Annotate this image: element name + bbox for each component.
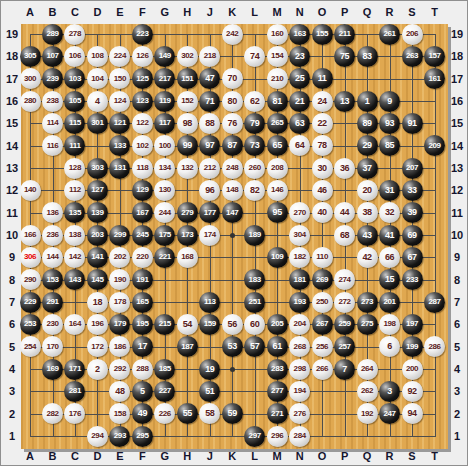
- stone-black-move-9[interactable]: 9: [379, 91, 400, 112]
- stone-white-move-40[interactable]: 40: [312, 202, 333, 223]
- stone-black-move-155[interactable]: 155: [312, 24, 333, 45]
- stone-white-move-276[interactable]: 276: [289, 403, 310, 424]
- stone-black-move-133[interactable]: 133: [109, 135, 130, 156]
- stone-black-move-39[interactable]: 39: [402, 202, 423, 223]
- stone-white-move-48[interactable]: 48: [109, 381, 130, 402]
- stone-white-move-126[interactable]: 126: [132, 46, 153, 67]
- stone-black-move-57[interactable]: 57: [244, 336, 265, 357]
- stone-white-move-104[interactable]: 104: [87, 68, 108, 89]
- row-label-left: 10: [6, 229, 18, 241]
- stone-white-move-24[interactable]: 24: [312, 91, 333, 112]
- stone-black-move-141[interactable]: 141: [87, 247, 108, 268]
- stone-black-move-293[interactable]: 293: [109, 426, 130, 447]
- stone-black-move-91[interactable]: 91: [402, 113, 423, 134]
- row-label-left: 9: [9, 251, 15, 263]
- stone-white-move-164[interactable]: 164: [64, 314, 85, 335]
- stone-white-move-56[interactable]: 56: [222, 314, 243, 335]
- column-label-top: K: [228, 6, 236, 18]
- stone-black-move-203[interactable]: 203: [87, 225, 108, 246]
- stone-white-move-178[interactable]: 178: [109, 292, 130, 313]
- stone-white-move-306[interactable]: 306: [20, 247, 41, 268]
- stone-black-move-61[interactable]: 61: [267, 336, 288, 357]
- stone-white-move-284[interactable]: 284: [289, 426, 310, 447]
- stone-white-move-280[interactable]: 280: [20, 91, 41, 112]
- column-label-top: O: [318, 6, 327, 18]
- row-label-right: 17: [451, 73, 463, 85]
- stone-black-move-301[interactable]: 301: [87, 113, 108, 134]
- stone-black-move-63[interactable]: 63: [289, 113, 310, 134]
- stone-black-move-123[interactable]: 123: [132, 91, 153, 112]
- stone-black-move-201[interactable]: 201: [379, 292, 400, 313]
- stone-black-move-135[interactable]: 135: [64, 202, 85, 223]
- stone-white-move-66[interactable]: 66: [379, 247, 400, 268]
- go-game-viewer-window: 2892782232421601631552112612063051071061…: [0, 0, 468, 466]
- stone-black-move-297[interactable]: 297: [244, 426, 265, 447]
- stone-black-move-95[interactable]: 95: [267, 202, 288, 223]
- stone-white-move-302[interactable]: 302: [177, 46, 198, 67]
- column-label-bottom: K: [228, 450, 236, 462]
- stone-white-move-128[interactable]: 128: [64, 158, 85, 179]
- stone-white-move-190[interactable]: 190: [109, 269, 130, 290]
- stone-white-move-176[interactable]: 176: [64, 403, 85, 424]
- stone-white-move-296[interactable]: 296: [267, 426, 288, 447]
- stone-white-move-114[interactable]: 114: [42, 113, 63, 134]
- row-label-left: 19: [6, 28, 18, 40]
- stone-white-move-98[interactable]: 98: [177, 113, 198, 134]
- stone-black-move-43[interactable]: 43: [357, 225, 378, 246]
- column-label-top: D: [93, 6, 101, 18]
- stone-black-move-121[interactable]: 121: [109, 113, 130, 134]
- stone-black-move-41[interactable]: 41: [379, 225, 400, 246]
- stone-black-move-51[interactable]: 51: [199, 381, 220, 402]
- stone-white-move-64[interactable]: 64: [289, 135, 310, 156]
- stone-white-move-6[interactable]: 6: [379, 336, 400, 357]
- stone-black-move-145[interactable]: 145: [87, 269, 108, 290]
- stone-black-move-303[interactable]: 303: [87, 158, 108, 179]
- stone-white-move-2[interactable]: 2: [87, 359, 108, 380]
- stone-black-move-71[interactable]: 71: [199, 91, 220, 112]
- go-board[interactable]: 2892782232421601631552112612063051071061…: [21, 24, 448, 449]
- stone-black-move-5[interactable]: 5: [132, 381, 153, 402]
- stone-black-move-83[interactable]: 83: [357, 46, 378, 67]
- stone-white-move-300[interactable]: 300: [20, 68, 41, 89]
- stone-white-move-230[interactable]: 230: [42, 314, 63, 335]
- stone-white-move-288[interactable]: 288: [132, 359, 153, 380]
- stone-white-move-68[interactable]: 68: [334, 225, 355, 246]
- stone-black-move-171[interactable]: 171: [64, 359, 85, 380]
- stone-white-move-138[interactable]: 138: [64, 225, 85, 246]
- stone-black-move-181[interactable]: 181: [289, 269, 310, 290]
- stone-black-move-129[interactable]: 129: [132, 180, 153, 201]
- stone-black-move-291[interactable]: 291: [42, 292, 63, 313]
- column-label-bottom: D: [93, 450, 101, 462]
- stone-white-move-224[interactable]: 224: [109, 46, 130, 67]
- stone-black-move-93[interactable]: 93: [379, 113, 400, 134]
- stone-black-move-143[interactable]: 143: [64, 269, 85, 290]
- stone-black-move-185[interactable]: 185: [154, 359, 175, 380]
- stone-black-move-283[interactable]: 283: [267, 359, 288, 380]
- stone-white-move-150[interactable]: 150: [109, 68, 130, 89]
- stone-black-move-153[interactable]: 153: [42, 269, 63, 290]
- column-label-top: F: [139, 6, 146, 18]
- stone-black-move-11[interactable]: 11: [312, 68, 333, 89]
- stone-black-move-29[interactable]: 29: [357, 135, 378, 156]
- row-label-left: 6: [9, 318, 15, 330]
- stone-white-move-142[interactable]: 142: [64, 247, 85, 268]
- column-label-bottom: H: [183, 450, 191, 462]
- stone-white-move-166[interactable]: 166: [20, 225, 41, 246]
- stone-black-move-195[interactable]: 195: [132, 314, 153, 335]
- stone-white-move-212[interactable]: 212: [199, 158, 220, 179]
- stone-black-move-257[interactable]: 257: [334, 336, 355, 357]
- row-label-left: 17: [6, 73, 18, 85]
- stone-white-move-158[interactable]: 158: [109, 403, 130, 424]
- stone-white-move-152[interactable]: 152: [177, 91, 198, 112]
- stone-white-move-58[interactable]: 58: [199, 403, 220, 424]
- stone-black-move-79[interactable]: 79: [244, 113, 265, 134]
- stone-white-move-202[interactable]: 202: [109, 247, 130, 268]
- stone-black-move-21[interactable]: 21: [289, 91, 310, 112]
- stone-white-move-32[interactable]: 32: [379, 202, 400, 223]
- stone-black-move-247[interactable]: 247: [379, 403, 400, 424]
- stone-white-move-108[interactable]: 108: [87, 46, 108, 67]
- stone-white-move-110[interactable]: 110: [312, 247, 333, 268]
- row-label-left: 3: [9, 385, 15, 397]
- stone-white-move-266[interactable]: 266: [312, 359, 333, 380]
- stone-white-move-242[interactable]: 242: [222, 24, 243, 45]
- stone-black-move-73[interactable]: 73: [244, 135, 265, 156]
- stone-white-move-248[interactable]: 248: [222, 158, 243, 179]
- row-label-right: 13: [451, 162, 463, 174]
- stone-white-move-42[interactable]: 42: [357, 247, 378, 268]
- stone-black-move-277[interactable]: 277: [267, 381, 288, 402]
- stone-white-move-106[interactable]: 106: [64, 46, 85, 67]
- stone-black-move-175[interactable]: 175: [154, 225, 175, 246]
- stone-black-move-191[interactable]: 191: [132, 269, 153, 290]
- stone-white-move-124[interactable]: 124: [109, 91, 130, 112]
- stone-black-move-67[interactable]: 67: [402, 247, 423, 268]
- stone-black-move-253[interactable]: 253: [20, 314, 41, 335]
- column-label-bottom: C: [71, 450, 79, 462]
- stone-white-move-30[interactable]: 30: [312, 158, 333, 179]
- stone-white-move-112[interactable]: 112: [64, 180, 85, 201]
- stone-black-move-263[interactable]: 263: [402, 46, 423, 67]
- row-label-left: 16: [6, 95, 18, 107]
- stone-black-move-233[interactable]: 233: [402, 269, 423, 290]
- stone-black-move-299[interactable]: 299: [109, 225, 130, 246]
- stone-black-move-271[interactable]: 271: [267, 403, 288, 424]
- row-label-left: 7: [9, 296, 15, 308]
- stone-black-move-59[interactable]: 59: [222, 403, 243, 424]
- row-label-left: 5: [9, 341, 15, 353]
- stone-white-move-272[interactable]: 272: [334, 292, 355, 313]
- stone-white-move-74[interactable]: 74: [244, 46, 265, 67]
- stone-black-move-49[interactable]: 49: [132, 403, 153, 424]
- stone-black-move-295[interactable]: 295: [132, 426, 153, 447]
- row-label-right: 10: [451, 229, 463, 241]
- column-label-top: R: [386, 6, 394, 18]
- stone-black-move-281[interactable]: 281: [64, 381, 85, 402]
- stone-black-move-117[interactable]: 117: [154, 113, 175, 134]
- stone-black-move-13[interactable]: 13: [334, 91, 355, 112]
- stone-white-move-282[interactable]: 282: [42, 403, 63, 424]
- stone-black-move-287[interactable]: 287: [424, 292, 445, 313]
- stone-white-move-88[interactable]: 88: [199, 113, 220, 134]
- stone-black-move-193[interactable]: 193: [289, 292, 310, 313]
- stone-white-move-238[interactable]: 238: [42, 91, 63, 112]
- stone-black-move-99[interactable]: 99: [177, 135, 198, 156]
- stone-black-move-221[interactable]: 221: [154, 247, 175, 268]
- row-label-left: 13: [6, 162, 18, 174]
- stone-black-move-81[interactable]: 81: [267, 91, 288, 112]
- row-label-left: 8: [9, 274, 15, 286]
- stone-white-move-20[interactable]: 20: [357, 180, 378, 201]
- column-label-bottom: S: [408, 450, 415, 462]
- stone-white-move-130[interactable]: 130: [154, 180, 175, 201]
- stone-white-move-278[interactable]: 278: [64, 24, 85, 45]
- stone-white-move-294[interactable]: 294: [87, 426, 108, 447]
- stone-black-move-109[interactable]: 109: [267, 247, 288, 268]
- stone-black-move-107[interactable]: 107: [42, 46, 63, 67]
- stone-black-move-89[interactable]: 89: [357, 113, 378, 134]
- stone-white-move-122[interactable]: 122: [132, 113, 153, 134]
- stone-black-move-215[interactable]: 215: [154, 314, 175, 335]
- stone-white-move-286[interactable]: 286: [424, 336, 445, 357]
- stone-white-move-102[interactable]: 102: [132, 135, 153, 156]
- stone-black-move-173[interactable]: 173: [177, 225, 198, 246]
- stone-white-move-264[interactable]: 264: [357, 359, 378, 380]
- stone-black-move-65[interactable]: 65: [267, 135, 288, 156]
- stone-white-move-38[interactable]: 38: [357, 202, 378, 223]
- stone-black-move-205[interactable]: 205: [267, 314, 288, 335]
- stone-black-move-111[interactable]: 111: [64, 135, 85, 156]
- stone-white-move-82[interactable]: 82: [244, 180, 265, 201]
- stone-black-move-149[interactable]: 149: [154, 46, 175, 67]
- stone-black-move-261[interactable]: 261: [379, 24, 400, 45]
- stone-white-move-208[interactable]: 208: [267, 158, 288, 179]
- column-label-top: P: [341, 6, 348, 18]
- stone-black-move-265[interactable]: 265: [267, 113, 288, 134]
- stone-white-move-192[interactable]: 192: [357, 403, 378, 424]
- star-point: [230, 367, 235, 372]
- stone-white-move-254[interactable]: 254: [20, 336, 41, 357]
- stone-black-move-115[interactable]: 115: [64, 113, 85, 134]
- stone-white-move-44[interactable]: 44: [334, 202, 355, 223]
- stone-black-move-75[interactable]: 75: [334, 46, 355, 67]
- stone-black-move-279[interactable]: 279: [177, 202, 198, 223]
- stone-white-move-54[interactable]: 54: [177, 314, 198, 335]
- stone-white-move-146[interactable]: 146: [267, 180, 288, 201]
- stone-black-move-69[interactable]: 69: [402, 225, 423, 246]
- stone-white-move-292[interactable]: 292: [109, 359, 130, 380]
- stone-white-move-80[interactable]: 80: [222, 91, 243, 112]
- row-label-right: 3: [454, 385, 460, 397]
- stone-black-move-31[interactable]: 31: [379, 180, 400, 201]
- stone-white-move-144[interactable]: 144: [42, 247, 63, 268]
- stone-black-move-127[interactable]: 127: [87, 180, 108, 201]
- stone-white-move-274[interactable]: 274: [334, 269, 355, 290]
- stone-white-move-204[interactable]: 204: [289, 314, 310, 335]
- column-label-bottom: B: [49, 450, 57, 462]
- stone-white-move-60[interactable]: 60: [244, 314, 265, 335]
- row-label-left: 18: [6, 50, 18, 62]
- stone-white-move-148[interactable]: 148: [222, 180, 243, 201]
- stone-white-move-92[interactable]: 92: [402, 381, 423, 402]
- stone-black-move-209[interactable]: 209: [424, 135, 445, 156]
- stone-black-move-267[interactable]: 267: [312, 314, 333, 335]
- stone-white-move-220[interactable]: 220: [132, 247, 153, 268]
- stone-white-move-244[interactable]: 244: [154, 202, 175, 223]
- stone-black-move-273[interactable]: 273: [357, 292, 378, 313]
- stone-black-move-189[interactable]: 189: [244, 225, 265, 246]
- stone-white-move-132[interactable]: 132: [177, 158, 198, 179]
- stone-white-move-100[interactable]: 100: [154, 135, 175, 156]
- stone-white-move-160[interactable]: 160: [267, 24, 288, 45]
- stone-black-move-139[interactable]: 139: [87, 202, 108, 223]
- stone-white-move-36[interactable]: 36: [334, 158, 355, 179]
- stone-black-move-85[interactable]: 85: [379, 135, 400, 156]
- stone-white-move-116[interactable]: 116: [42, 135, 63, 156]
- stone-black-move-105[interactable]: 105: [64, 91, 85, 112]
- stone-white-move-186[interactable]: 186: [109, 336, 130, 357]
- stone-white-move-22[interactable]: 22: [312, 113, 333, 134]
- stone-white-move-78[interactable]: 78: [312, 135, 333, 156]
- stone-white-move-200[interactable]: 200: [402, 359, 423, 380]
- stone-black-move-177[interactable]: 177: [199, 202, 220, 223]
- column-label-top: T: [431, 6, 438, 18]
- stone-white-move-304[interactable]: 304: [289, 225, 310, 246]
- stone-white-move-134[interactable]: 134: [154, 158, 175, 179]
- stone-black-move-3[interactable]: 3: [379, 381, 400, 402]
- column-label-top: H: [183, 6, 191, 18]
- stone-white-move-118[interactable]: 118: [132, 158, 153, 179]
- stone-white-move-206[interactable]: 206: [402, 24, 423, 45]
- stone-white-move-260[interactable]: 260: [244, 158, 265, 179]
- column-label-top: C: [71, 6, 79, 18]
- stone-white-move-168[interactable]: 168: [177, 247, 198, 268]
- stone-black-move-53[interactable]: 53: [222, 336, 243, 357]
- stone-white-move-18[interactable]: 18: [87, 292, 108, 313]
- column-label-top: J: [207, 6, 213, 18]
- stone-white-move-218[interactable]: 218: [199, 46, 220, 67]
- stone-white-move-226[interactable]: 226: [154, 403, 175, 424]
- stone-white-move-96[interactable]: 96: [199, 180, 220, 201]
- stone-white-move-170[interactable]: 170: [42, 336, 63, 357]
- stone-black-move-275[interactable]: 275: [357, 314, 378, 335]
- stone-black-move-289[interactable]: 289: [42, 24, 63, 45]
- stone-black-move-159[interactable]: 159: [199, 314, 220, 335]
- stone-black-move-161[interactable]: 161: [424, 68, 445, 89]
- stone-black-move-47[interactable]: 47: [199, 68, 220, 89]
- stone-black-move-239[interactable]: 239: [42, 68, 63, 89]
- column-label-bottom: L: [251, 450, 258, 462]
- stone-black-move-113[interactable]: 113: [199, 292, 220, 313]
- stone-black-move-55[interactable]: 55: [177, 403, 198, 424]
- stone-white-move-154[interactable]: 154: [267, 46, 288, 67]
- stone-black-move-15[interactable]: 15: [379, 269, 400, 290]
- stone-black-move-97[interactable]: 97: [199, 135, 220, 156]
- stone-black-move-199[interactable]: 199: [402, 336, 423, 357]
- stone-black-move-163[interactable]: 163: [289, 24, 310, 45]
- stone-white-move-268[interactable]: 268: [289, 336, 310, 357]
- stone-black-move-223[interactable]: 223: [132, 24, 153, 45]
- stone-white-move-70[interactable]: 70: [222, 68, 243, 89]
- stone-black-move-157[interactable]: 157: [424, 46, 445, 67]
- stone-black-move-167[interactable]: 167: [132, 202, 153, 223]
- stone-white-move-94[interactable]: 94: [402, 403, 423, 424]
- row-label-right: 9: [454, 251, 460, 263]
- stone-black-move-165[interactable]: 165: [132, 292, 153, 313]
- stone-black-move-207[interactable]: 207: [402, 158, 423, 179]
- stone-black-move-103[interactable]: 103: [64, 68, 85, 89]
- stone-white-move-250[interactable]: 250: [312, 292, 333, 313]
- stone-white-move-76[interactable]: 76: [222, 113, 243, 134]
- row-label-left: 2: [9, 408, 15, 420]
- stone-black-move-151[interactable]: 151: [177, 68, 198, 89]
- stone-white-move-236[interactable]: 236: [42, 225, 63, 246]
- stone-white-move-136[interactable]: 136: [42, 202, 63, 223]
- stone-black-move-217[interactable]: 217: [154, 68, 175, 89]
- stone-white-move-194[interactable]: 194: [289, 381, 310, 402]
- stone-black-move-131[interactable]: 131: [109, 158, 130, 179]
- row-label-right: 8: [454, 274, 460, 286]
- stone-black-move-17[interactable]: 17: [132, 336, 153, 357]
- row-label-right: 4: [454, 363, 460, 375]
- stone-black-move-183[interactable]: 183: [244, 269, 265, 290]
- stone-white-move-198[interactable]: 198: [379, 314, 400, 335]
- stone-black-move-147[interactable]: 147: [222, 202, 243, 223]
- stone-black-move-1[interactable]: 1: [357, 91, 378, 112]
- stone-black-move-23[interactable]: 23: [289, 46, 310, 67]
- stone-black-move-259[interactable]: 259: [334, 314, 355, 335]
- stone-black-move-37[interactable]: 37: [357, 158, 378, 179]
- stone-black-move-305[interactable]: 305: [20, 46, 41, 67]
- stone-white-move-196[interactable]: 196: [87, 314, 108, 335]
- stone-black-move-197[interactable]: 197: [402, 314, 423, 335]
- stone-black-move-227[interactable]: 227: [154, 381, 175, 402]
- stone-white-move-262[interactable]: 262: [357, 381, 378, 402]
- stone-black-move-179[interactable]: 179: [109, 314, 130, 335]
- stone-white-move-46[interactable]: 46: [312, 180, 333, 201]
- stone-white-move-298[interactable]: 298: [289, 359, 310, 380]
- column-label-top: M: [273, 6, 282, 18]
- stone-black-move-19[interactable]: 19: [199, 359, 220, 380]
- stone-white-move-270[interactable]: 270: [289, 202, 310, 223]
- stone-black-move-7[interactable]: 7: [334, 359, 355, 380]
- stone-black-move-33[interactable]: 33: [402, 180, 423, 201]
- stone-black-move-25[interactable]: 25: [289, 68, 310, 89]
- stone-black-move-229[interactable]: 229: [20, 292, 41, 313]
- stone-black-move-187[interactable]: 187: [177, 336, 198, 357]
- stone-white-move-62[interactable]: 62: [244, 91, 265, 112]
- stone-black-move-119[interactable]: 119: [154, 91, 175, 112]
- stone-white-move-256[interactable]: 256: [312, 336, 333, 357]
- stone-white-move-140[interactable]: 140: [20, 180, 41, 201]
- stone-black-move-245[interactable]: 245: [132, 225, 153, 246]
- stone-white-move-174[interactable]: 174: [199, 225, 220, 246]
- stone-white-move-182[interactable]: 182: [289, 247, 310, 268]
- stone-black-move-87[interactable]: 87: [222, 135, 243, 156]
- stone-black-move-211[interactable]: 211: [334, 24, 355, 45]
- stone-black-move-125[interactable]: 125: [132, 68, 153, 89]
- stone-white-move-4[interactable]: 4: [87, 91, 108, 112]
- stone-black-move-251[interactable]: 251: [244, 292, 265, 313]
- stone-white-move-210[interactable]: 210: [267, 68, 288, 89]
- stone-white-move-172[interactable]: 172: [87, 336, 108, 357]
- stone-black-move-269[interactable]: 269: [312, 269, 333, 290]
- stone-white-move-290[interactable]: 290: [20, 269, 41, 290]
- stone-black-move-169[interactable]: 169: [42, 359, 63, 380]
